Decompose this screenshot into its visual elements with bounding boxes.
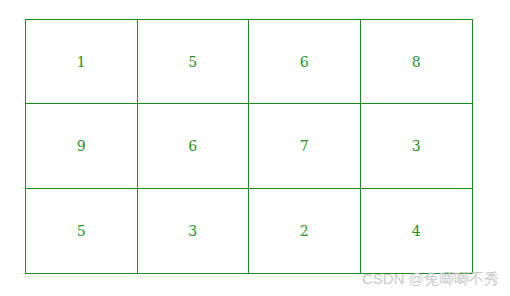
page-canvas: 1 5 6 8 9 6 7 3 5 3 2 4 CSDN @兔唧唧不秀 [0,0,510,296]
grid-cell-r1c2: 5 [138,20,250,104]
grid-cell-r1c1: 1 [26,20,138,104]
grid-cell-r3c4: 4 [361,189,473,273]
grid-cell-r2c4: 3 [361,104,473,188]
grid-cell-r1c3: 6 [249,20,361,104]
grid-cell-r3c2: 3 [138,189,250,273]
number-grid-board: 1 5 6 8 9 6 7 3 5 3 2 4 [25,19,473,274]
grid-cell-r3c3: 2 [249,189,361,273]
grid-cell-r2c2: 6 [138,104,250,188]
grid-cell-r1c4: 8 [361,20,473,104]
csdn-watermark: CSDN @兔唧唧不秀 [362,270,499,289]
grid-cell-r3c1: 5 [26,189,138,273]
grid-cell-r2c1: 9 [26,104,138,188]
grid-cell-r2c3: 7 [249,104,361,188]
